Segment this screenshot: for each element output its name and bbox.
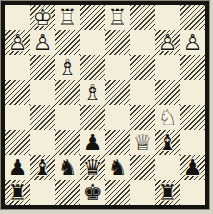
- square-g5: [155, 80, 180, 105]
- square-c5: [55, 80, 80, 105]
- square-f6: [130, 55, 155, 80]
- board-frame: ♚♔♜♖♜♖♟♙♟♙♟♙♟♙♝♗♝♗♞♘♟♛♕♝♟♝♞♛♞♟♜♚♜: [1, 1, 209, 209]
- square-a4: [5, 105, 30, 130]
- square-c2: ♞: [55, 155, 80, 180]
- square-a7: ♟♙: [5, 30, 30, 55]
- square-d1: ♚: [80, 180, 105, 205]
- square-a6: [5, 55, 30, 80]
- square-g7: ♟♙: [155, 30, 180, 55]
- square-a2: ♟: [5, 155, 30, 180]
- piece-black-pawn-d3: ♟: [80, 130, 105, 155]
- square-d6: [80, 55, 105, 80]
- square-f8: [130, 5, 155, 30]
- square-h1: [180, 180, 205, 205]
- square-d5: ♝♗: [80, 80, 105, 105]
- square-e4: [105, 105, 130, 130]
- piece-white-king-b8: ♚♔: [30, 5, 55, 30]
- square-a1: ♜: [5, 180, 30, 205]
- square-a3: [5, 130, 30, 155]
- piece-black-pawn-h2: ♟: [180, 155, 205, 180]
- square-e5: [105, 80, 130, 105]
- square-c4: [55, 105, 80, 130]
- square-c7: [55, 30, 80, 55]
- square-b7: ♟♙: [30, 30, 55, 55]
- piece-white-rook-c8: ♜♖: [55, 5, 80, 30]
- square-e7: [105, 30, 130, 55]
- square-h6: [180, 55, 205, 80]
- piece-black-queen-d2: ♛: [80, 155, 105, 180]
- piece-black-pawn-a2: ♟: [5, 155, 30, 180]
- piece-black-rook-g1: ♜: [155, 180, 180, 205]
- square-h2: ♟: [180, 155, 205, 180]
- square-b5: [30, 80, 55, 105]
- square-b6: [30, 55, 55, 80]
- piece-black-knight-e2: ♞: [105, 155, 130, 180]
- square-g6: [155, 55, 180, 80]
- square-d7: [80, 30, 105, 55]
- square-h3: [180, 130, 205, 155]
- square-h4: [180, 105, 205, 130]
- square-g8: [155, 5, 180, 30]
- square-c3: [55, 130, 80, 155]
- piece-black-king-d1: ♚: [80, 180, 105, 205]
- piece-black-rook-a1: ♜: [5, 180, 30, 205]
- square-f3: ♛♕: [130, 130, 155, 155]
- piece-white-pawn-g7: ♟♙: [155, 30, 180, 55]
- square-h7: ♟♙: [180, 30, 205, 55]
- square-b3: [30, 130, 55, 155]
- square-g1: ♜: [155, 180, 180, 205]
- piece-white-bishop-d5: ♝♗: [80, 80, 105, 105]
- piece-white-pawn-h7: ♟♙: [180, 30, 205, 55]
- square-e8: ♜♖: [105, 5, 130, 30]
- square-b8: ♚♔: [30, 5, 55, 30]
- square-b1: [30, 180, 55, 205]
- piece-white-pawn-b7: ♟♙: [30, 30, 55, 55]
- square-h5: [180, 80, 205, 105]
- piece-white-bishop-c6: ♝♗: [55, 55, 80, 80]
- square-a5: [5, 80, 30, 105]
- square-f7: [130, 30, 155, 55]
- piece-white-knight-g4: ♞♘: [155, 105, 180, 130]
- square-c6: ♝♗: [55, 55, 80, 80]
- chess-diagram: ♚♔♜♖♜♖♟♙♟♙♟♙♟♙♝♗♝♗♞♘♟♛♕♝♟♝♞♛♞♟♜♚♜: [0, 0, 213, 214]
- square-e6: [105, 55, 130, 80]
- square-c1: [55, 180, 80, 205]
- square-d2: ♛: [80, 155, 105, 180]
- square-f2: [130, 155, 155, 180]
- square-d4: [80, 105, 105, 130]
- square-g2: [155, 155, 180, 180]
- piece-white-pawn-a7: ♟♙: [5, 30, 30, 55]
- chess-board: ♚♔♜♖♜♖♟♙♟♙♟♙♟♙♝♗♝♗♞♘♟♛♕♝♟♝♞♛♞♟♜♚♜: [5, 5, 205, 205]
- square-d3: ♟: [80, 130, 105, 155]
- square-e2: ♞: [105, 155, 130, 180]
- square-f1: [130, 180, 155, 205]
- square-g4: ♞♘: [155, 105, 180, 130]
- square-b4: [30, 105, 55, 130]
- piece-black-bishop-b2: ♝: [30, 155, 55, 180]
- square-g3: ♝: [155, 130, 180, 155]
- square-b2: ♝: [30, 155, 55, 180]
- square-e3: [105, 130, 130, 155]
- square-c8: ♜♖: [55, 5, 80, 30]
- piece-black-bishop-g3: ♝: [155, 130, 180, 155]
- piece-white-rook-e8: ♜♖: [105, 5, 130, 30]
- square-d8: [80, 5, 105, 30]
- square-h8: [180, 5, 205, 30]
- square-f4: [130, 105, 155, 130]
- square-e1: [105, 180, 130, 205]
- piece-black-knight-c2: ♞: [55, 155, 80, 180]
- square-a8: [5, 5, 30, 30]
- piece-white-queen-f3: ♛♕: [130, 130, 155, 155]
- square-f5: [130, 80, 155, 105]
